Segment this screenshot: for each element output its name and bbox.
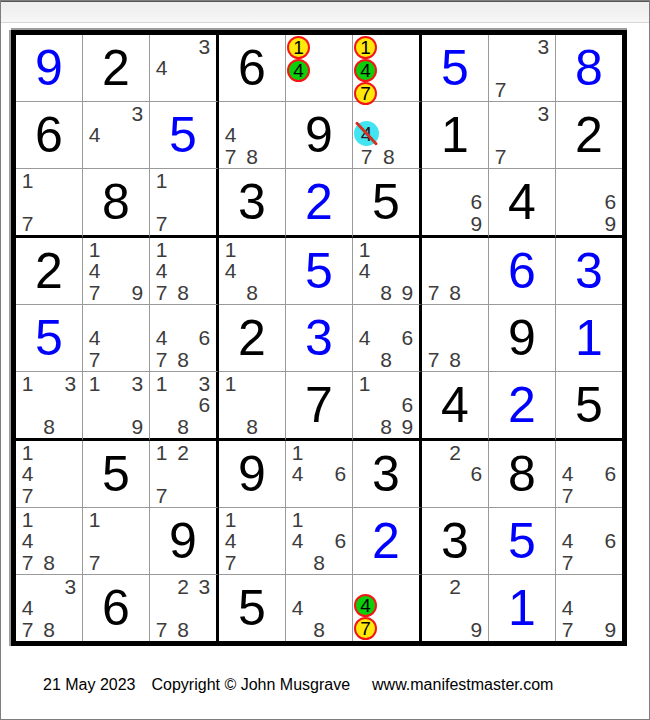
empty-candidate-slot <box>308 530 329 551</box>
empty-candidate-slot <box>466 239 487 260</box>
empty-candidate-slot <box>330 485 351 506</box>
candidate: 4 <box>151 57 172 78</box>
empty-candidate-slot <box>398 59 419 82</box>
empty-candidate-slot <box>490 36 511 57</box>
empty-candidate-slot <box>557 170 578 191</box>
empty-candidate-slot <box>375 239 396 260</box>
candidate: 7 <box>220 146 241 167</box>
empty-candidate-slot <box>194 306 215 327</box>
empty-candidate-slot <box>38 213 59 234</box>
pencil-marks: 37 <box>490 103 554 167</box>
empty-candidate-slot <box>466 442 487 463</box>
empty-candidate-slot <box>377 617 398 640</box>
empty-candidate-slot <box>466 576 487 597</box>
empty-candidate-slot <box>127 394 148 415</box>
cell-r1c4[interactable]: 6 <box>219 35 286 102</box>
pencil-marks: 147 <box>220 509 284 573</box>
cell-r7c4[interactable]: 9 <box>219 441 286 508</box>
candidate: 2 <box>444 442 465 463</box>
solved-digit: 8 <box>556 35 622 101</box>
solved-digit: 5 <box>422 35 488 101</box>
candidate: 8 <box>444 349 465 370</box>
empty-candidate-slot <box>398 594 419 617</box>
cell-r2c6[interactable]: 478 <box>353 102 422 169</box>
empty-candidate-slot <box>330 442 351 463</box>
candidate: 4 <box>84 260 105 281</box>
candidate: 4 <box>17 530 38 551</box>
candidate-slot-marked: 4 <box>354 121 379 146</box>
candidate: 7 <box>557 552 578 573</box>
candidate: 4 <box>557 530 578 551</box>
candidate: 7 <box>220 552 241 573</box>
empty-candidate-slot <box>220 282 241 303</box>
empty-candidate-slot <box>330 619 351 640</box>
cell-r9c2[interactable]: 6 <box>83 575 150 641</box>
pencil-marks: 17 <box>17 170 81 234</box>
cell-r3c5[interactable]: 2 <box>286 169 353 238</box>
empty-candidate-slot <box>397 306 418 327</box>
empty-candidate-slot <box>60 485 81 506</box>
cell-r5c2[interactable]: 47 <box>83 305 150 372</box>
cell-r3c7[interactable]: 69 <box>422 169 489 238</box>
empty-candidate-slot <box>263 103 284 124</box>
cell-r3c3[interactable]: 17 <box>150 169 219 238</box>
empty-candidate-slot <box>578 509 599 530</box>
cell-r2c5[interactable]: 9 <box>286 102 353 169</box>
cell-r2c3[interactable]: 5 <box>150 102 219 169</box>
empty-candidate-slot <box>105 103 126 124</box>
pencil-marks: 1479 <box>84 239 148 303</box>
cell-r3c1[interactable]: 17 <box>16 169 83 238</box>
cell-r3c9[interactable]: 69 <box>556 169 622 238</box>
empty-candidate-slot <box>263 124 284 145</box>
cell-r8c3[interactable]: 9 <box>150 508 219 575</box>
cell-r6c6[interactable]: 1689 <box>353 372 422 441</box>
cell-r6c3[interactable]: 1368 <box>150 372 219 441</box>
candidate: 6 <box>330 530 351 551</box>
candidate: 1 <box>17 509 38 530</box>
empty-candidate-slot <box>287 485 308 506</box>
empty-candidate-slot <box>60 213 81 234</box>
empty-candidate-slot <box>490 124 511 145</box>
candidate: 3 <box>533 103 554 124</box>
empty-candidate-slot <box>308 442 329 463</box>
candidate: 7 <box>490 79 511 100</box>
empty-candidate-slot <box>397 239 418 260</box>
empty-candidate-slot <box>287 576 308 597</box>
given-digit: 9 <box>219 441 285 507</box>
pencil-marks: 1478 <box>151 239 215 303</box>
cell-r5c8[interactable]: 9 <box>489 305 556 372</box>
given-digit: 2 <box>16 238 82 304</box>
cell-r2c1[interactable]: 6 <box>16 102 83 169</box>
candidate: 1 <box>84 509 105 530</box>
cell-r4c8[interactable]: 6 <box>489 238 556 305</box>
pencil-marks: 478 <box>220 103 284 167</box>
cell-r9c5[interactable]: 48 <box>286 575 353 641</box>
empty-candidate-slot <box>60 191 81 212</box>
empty-candidate-slot <box>557 213 578 234</box>
cell-r4c4[interactable]: 148 <box>219 238 286 305</box>
pencil-marks: 47 <box>354 576 418 640</box>
empty-candidate-slot <box>263 509 284 530</box>
candidate: 4 <box>354 260 375 281</box>
empty-candidate-slot <box>60 552 81 573</box>
candidate: 9 <box>397 416 418 437</box>
candidate: 7 <box>423 282 444 303</box>
cell-r9c1[interactable]: 3478 <box>16 575 83 641</box>
candidate: 1 <box>17 373 38 394</box>
cell-r9c6[interactable]: 47 <box>353 575 422 641</box>
cell-r6c5[interactable]: 7 <box>286 372 353 441</box>
pencil-marks: 1489 <box>354 239 418 303</box>
footer-website: www.manifestmaster.com <box>372 676 553 694</box>
empty-candidate-slot <box>263 552 284 573</box>
empty-candidate-slot <box>511 79 532 100</box>
candidate: 9 <box>600 213 621 234</box>
empty-candidate-slot <box>105 552 126 573</box>
candidate: 9 <box>127 416 148 437</box>
cell-r2c8[interactable]: 37 <box>489 102 556 169</box>
candidate: 4 <box>220 124 241 145</box>
yellow-circled-candidate: 1 <box>287 36 310 59</box>
cell-r4c6[interactable]: 1489 <box>353 238 422 305</box>
empty-candidate-slot <box>578 170 599 191</box>
empty-candidate-slot <box>533 146 554 167</box>
solved-digit: 5 <box>489 508 555 574</box>
cell-r7c9[interactable]: 467 <box>556 441 622 508</box>
candidate: 1 <box>84 239 105 260</box>
candidate: 3 <box>194 36 215 57</box>
empty-candidate-slot <box>38 442 59 463</box>
empty-candidate-slot <box>375 373 396 394</box>
cell-r9c9[interactable]: 479 <box>556 575 622 641</box>
candidate: 3 <box>60 576 81 597</box>
cell-r7c1[interactable]: 147 <box>16 441 83 508</box>
empty-candidate-slot <box>444 327 465 348</box>
cell-r1c7[interactable]: 5 <box>422 35 489 102</box>
candidate-slot-marked: 4 <box>354 594 377 617</box>
solved-digit: 5 <box>150 102 216 168</box>
empty-candidate-slot <box>423 327 444 348</box>
cell-r5c6[interactable]: 468 <box>353 305 422 372</box>
yellow-circled-candidate: 7 <box>354 617 377 640</box>
candidate: 6 <box>600 530 621 551</box>
empty-candidate-slot <box>194 442 215 463</box>
candidate-slot-marked: 7 <box>354 617 377 640</box>
empty-candidate-slot <box>354 416 375 437</box>
candidate: 9 <box>127 282 148 303</box>
footer-copyright: Copyright © John Musgrave <box>152 676 351 694</box>
empty-candidate-slot <box>194 213 215 234</box>
empty-candidate-slot <box>127 530 148 551</box>
empty-candidate-slot <box>84 416 105 437</box>
cell-r2c7[interactable]: 1 <box>422 102 489 169</box>
empty-candidate-slot <box>466 260 487 281</box>
empty-candidate-slot <box>84 146 105 167</box>
cell-r7c7[interactable]: 26 <box>422 441 489 508</box>
candidate: 4 <box>151 260 172 281</box>
empty-candidate-slot <box>423 597 444 618</box>
empty-candidate-slot <box>17 416 38 437</box>
empty-candidate-slot <box>399 103 419 121</box>
candidate: 4 <box>287 597 308 618</box>
cell-r1c5[interactable]: 14 <box>286 35 353 102</box>
empty-candidate-slot <box>38 191 59 212</box>
empty-candidate-slot <box>310 59 331 82</box>
empty-candidate-slot <box>511 36 532 57</box>
candidate: 4 <box>17 597 38 618</box>
empty-candidate-slot <box>172 57 193 78</box>
empty-candidate-slot <box>172 36 193 57</box>
candidate: 6 <box>194 394 215 415</box>
empty-candidate-slot <box>105 394 126 415</box>
empty-candidate-slot <box>444 260 465 281</box>
cell-r8c8[interactable]: 5 <box>489 508 556 575</box>
empty-candidate-slot <box>194 239 215 260</box>
empty-candidate-slot <box>600 509 621 530</box>
empty-candidate-slot <box>263 394 284 415</box>
cell-r5c7[interactable]: 78 <box>422 305 489 372</box>
candidate: 1 <box>84 373 105 394</box>
empty-candidate-slot <box>84 394 105 415</box>
empty-candidate-slot <box>330 597 351 618</box>
cell-r8c7[interactable]: 3 <box>422 508 489 575</box>
cell-r2c2[interactable]: 34 <box>83 102 150 169</box>
given-digit: 9 <box>150 508 216 574</box>
cell-r8c5[interactable]: 1468 <box>286 508 353 575</box>
empty-candidate-slot <box>533 124 554 145</box>
solved-digit: 3 <box>286 305 352 371</box>
cell-r8c6[interactable]: 2 <box>353 508 422 575</box>
empty-candidate-slot <box>377 576 398 594</box>
empty-candidate-slot <box>241 103 262 124</box>
solved-digit: 9 <box>16 35 82 101</box>
given-digit: 3 <box>219 169 285 235</box>
empty-candidate-slot <box>127 349 148 370</box>
pencil-marks: 37 <box>490 36 554 100</box>
cell-r3c2[interactable]: 8 <box>83 169 150 238</box>
cell-r8c9[interactable]: 467 <box>556 508 622 575</box>
empty-candidate-slot <box>557 576 578 597</box>
cell-r5c9[interactable]: 1 <box>556 305 622 372</box>
empty-candidate-slot <box>60 442 81 463</box>
pencil-marks: 1689 <box>354 373 418 437</box>
empty-candidate-slot <box>444 485 465 506</box>
title-bar <box>1 1 649 23</box>
candidate: 3 <box>533 36 554 57</box>
empty-candidate-slot <box>263 416 284 437</box>
empty-candidate-slot <box>600 485 621 506</box>
cell-r2c4[interactable]: 478 <box>219 102 286 169</box>
cell-r7c8[interactable]: 8 <box>489 441 556 508</box>
cell-r1c1[interactable]: 9 <box>16 35 83 102</box>
empty-candidate-slot <box>220 416 241 437</box>
pencil-marks: 2378 <box>151 576 215 640</box>
given-digit: 8 <box>83 169 149 235</box>
cell-r1c9[interactable]: 8 <box>556 35 622 102</box>
pencil-marks: 1468 <box>287 509 351 573</box>
empty-candidate-slot <box>172 260 193 281</box>
candidate: 4 <box>84 124 105 145</box>
candidate: 4 <box>220 260 241 281</box>
empty-candidate-slot <box>151 191 172 212</box>
candidate: 7 <box>17 213 38 234</box>
given-digit: 5 <box>556 372 622 438</box>
pencil-marks: 467 <box>557 442 621 506</box>
empty-candidate-slot <box>194 349 215 370</box>
pencil-marks: 69 <box>557 170 621 234</box>
candidate: 2 <box>444 576 465 597</box>
empty-candidate-slot <box>331 82 352 100</box>
candidate: 3 <box>194 373 215 394</box>
cell-r8c1[interactable]: 1478 <box>16 508 83 575</box>
cell-r1c8[interactable]: 37 <box>489 35 556 102</box>
solved-digit: 2 <box>353 508 419 574</box>
pencil-marks: 48 <box>287 576 351 640</box>
cell-r2c9[interactable]: 2 <box>556 102 622 169</box>
cell-r9c4[interactable]: 5 <box>219 575 286 641</box>
empty-candidate-slot <box>38 509 59 530</box>
cell-r4c7[interactable]: 78 <box>422 238 489 305</box>
given-digit: 2 <box>219 305 285 371</box>
candidate: 1 <box>151 373 172 394</box>
solved-digit: 5 <box>286 238 352 304</box>
cell-r5c5[interactable]: 3 <box>286 305 353 372</box>
empty-candidate-slot <box>600 552 621 573</box>
given-digit: 4 <box>422 372 488 438</box>
empty-candidate-slot <box>84 530 105 551</box>
empty-candidate-slot <box>578 442 599 463</box>
cell-r6c8[interactable]: 2 <box>489 372 556 441</box>
empty-candidate-slot <box>84 306 105 327</box>
pencil-marks: 1478 <box>17 509 81 573</box>
candidate: 1 <box>151 442 172 463</box>
candidate: 4 <box>557 597 578 618</box>
candidate: 6 <box>600 463 621 484</box>
cell-r7c5[interactable]: 146 <box>286 441 353 508</box>
candidate: 1 <box>354 373 375 394</box>
empty-candidate-slot <box>263 260 284 281</box>
sudoku-board: 9234614147537863454789478137217817325694… <box>11 30 627 646</box>
cell-r1c6[interactable]: 147 <box>353 35 422 102</box>
cell-r3c4[interactable]: 3 <box>219 169 286 238</box>
cell-r1c3[interactable]: 34 <box>150 35 219 102</box>
cell-r7c6[interactable]: 3 <box>353 441 422 508</box>
empty-candidate-slot <box>377 59 398 82</box>
cell-r7c3[interactable]: 127 <box>150 441 219 508</box>
cell-r9c7[interactable]: 29 <box>422 575 489 641</box>
candidate: 9 <box>466 213 487 234</box>
pencil-marks: 34 <box>84 103 148 167</box>
solved-digit: 2 <box>286 169 352 235</box>
empty-candidate-slot <box>105 327 126 348</box>
empty-candidate-slot <box>330 509 351 530</box>
empty-candidate-slot <box>354 306 375 327</box>
cell-r1c2[interactable]: 2 <box>83 35 150 102</box>
empty-candidate-slot <box>354 103 379 121</box>
pencil-marks: 18 <box>220 373 284 437</box>
cell-r9c8[interactable]: 1 <box>489 575 556 641</box>
candidate: 7 <box>557 485 578 506</box>
given-digit: 5 <box>353 169 419 235</box>
empty-candidate-slot <box>127 327 148 348</box>
empty-candidate-slot <box>578 576 599 597</box>
empty-candidate-slot <box>423 306 444 327</box>
empty-candidate-slot <box>533 57 554 78</box>
empty-candidate-slot <box>38 373 59 394</box>
pencil-marks: 78 <box>423 239 487 303</box>
empty-candidate-slot <box>511 124 532 145</box>
cell-r6c2[interactable]: 139 <box>83 372 150 441</box>
candidate: 4 <box>354 327 375 348</box>
empty-candidate-slot <box>557 442 578 463</box>
candidate: 7 <box>151 485 172 506</box>
candidate-slot-marked: 7 <box>354 82 377 105</box>
empty-candidate-slot <box>194 485 215 506</box>
cell-r5c4[interactable]: 2 <box>219 305 286 372</box>
empty-candidate-slot <box>375 327 396 348</box>
empty-candidate-slot <box>444 213 465 234</box>
cell-r6c9[interactable]: 5 <box>556 372 622 441</box>
green-circled-candidate: 4 <box>354 594 377 617</box>
cell-r4c1[interactable]: 2 <box>16 238 83 305</box>
candidate: 8 <box>38 619 59 640</box>
cell-r5c1[interactable]: 5 <box>16 305 83 372</box>
cell-r4c2[interactable]: 1479 <box>83 238 150 305</box>
empty-candidate-slot <box>423 442 444 463</box>
empty-candidate-slot <box>600 442 621 463</box>
empty-candidate-slot <box>263 146 284 167</box>
candidate: 6 <box>466 463 487 484</box>
empty-candidate-slot <box>105 530 126 551</box>
cell-r4c9[interactable]: 3 <box>556 238 622 305</box>
empty-candidate-slot <box>241 394 262 415</box>
empty-candidate-slot <box>379 121 399 146</box>
cell-r4c3[interactable]: 1478 <box>150 238 219 305</box>
candidate: 8 <box>172 349 193 370</box>
candidate: 1 <box>151 170 172 191</box>
pencil-marks: 14 <box>287 36 351 100</box>
empty-candidate-slot <box>241 552 262 573</box>
cell-r9c3[interactable]: 2378 <box>150 575 219 641</box>
empty-candidate-slot <box>557 509 578 530</box>
empty-candidate-slot <box>241 373 262 394</box>
candidate-slot-marked: 1 <box>287 36 310 59</box>
cell-r6c4[interactable]: 18 <box>219 372 286 441</box>
cell-r8c4[interactable]: 147 <box>219 508 286 575</box>
cell-r3c6[interactable]: 5 <box>353 169 422 238</box>
empty-candidate-slot <box>600 597 621 618</box>
candidate: 8 <box>172 282 193 303</box>
given-digit: 9 <box>286 102 352 168</box>
cell-r5c3[interactable]: 4678 <box>150 305 219 372</box>
empty-candidate-slot <box>60 509 81 530</box>
candidate: 1 <box>220 509 241 530</box>
empty-candidate-slot <box>444 239 465 260</box>
cell-r6c1[interactable]: 138 <box>16 372 83 441</box>
empty-candidate-slot <box>38 597 59 618</box>
cell-r6c7[interactable]: 4 <box>422 372 489 441</box>
cell-r3c8[interactable]: 4 <box>489 169 556 238</box>
candidate: 8 <box>241 416 262 437</box>
cell-r7c2[interactable]: 5 <box>83 441 150 508</box>
empty-candidate-slot <box>172 191 193 212</box>
empty-candidate-slot <box>105 239 126 260</box>
empty-candidate-slot <box>60 394 81 415</box>
cell-r8c2[interactable]: 17 <box>83 508 150 575</box>
cell-r4c5[interactable]: 5 <box>286 238 353 305</box>
